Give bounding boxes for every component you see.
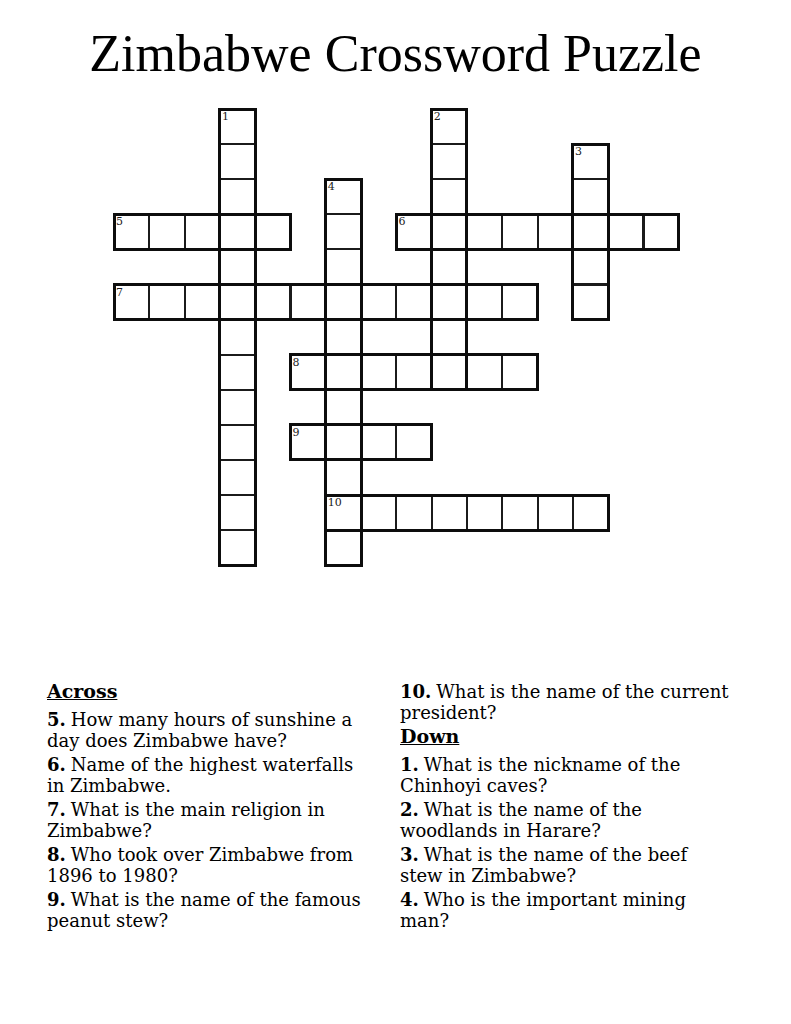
clue-down-2: 2.What is the name of the woodlands in H… (400, 799, 740, 841)
grid-clue-number: 1 (222, 111, 229, 122)
grid-clue-number: 8 (293, 357, 300, 368)
word-outline-1-down (218, 108, 256, 567)
grid-clue-number: 2 (434, 111, 441, 122)
clue-across-9: 9.What is the name of the famous peanut … (47, 889, 377, 931)
clue-text: What is the name of the current presiden… (400, 681, 729, 723)
grid-clue-number: 6 (398, 216, 405, 227)
clue-text: Who is the important mining man? (400, 889, 686, 931)
clue-across-6: 6.Name of the highest waterfalls in Zimb… (47, 754, 377, 796)
crossword-grid: 12345678910 (113, 108, 680, 567)
word-outline-2-down (430, 108, 468, 392)
clue-number: 3. (400, 844, 419, 865)
word-outline-10-across (324, 494, 609, 532)
grid-clue-number: 9 (293, 427, 300, 438)
clue-text: What is the nickname of the Chinhoyi cav… (400, 754, 680, 796)
down-heading: Down (400, 726, 740, 747)
clue-number: 1. (400, 754, 419, 775)
clue-text: What is the name of the famous peanut st… (47, 889, 361, 931)
clue-number: 5. (47, 709, 66, 730)
clue-number: 6. (47, 754, 66, 775)
clue-number: 9. (47, 889, 66, 910)
clue-number: 7. (47, 799, 66, 820)
clue-text: Who took over Zimbabwe from 1896 to 1980… (47, 844, 353, 886)
grid-clue-number: 5 (116, 216, 123, 227)
clue-across-10: 10.What is the name of the current presi… (400, 681, 740, 723)
clue-across-5: 5.How many hours of sunshine a day does … (47, 709, 377, 751)
clue-text: What is the main religion in Zimbabwe? (47, 799, 325, 841)
clue-number: 2. (400, 799, 419, 820)
clue-down-1: 1.What is the nickname of the Chinhoyi c… (400, 754, 740, 796)
grid-clue-number: 7 (116, 287, 123, 298)
clue-number: 10. (400, 681, 431, 702)
clue-down-4: 4.Who is the important mining man? (400, 889, 740, 931)
puzzle-title: Zimbabwe Crossword Puzzle (0, 28, 791, 80)
grid-clue-number: 10 (328, 497, 342, 508)
clues-column-left: Across 5.How many hours of sunshine a da… (47, 681, 377, 934)
grid-clue-number: 3 (575, 146, 582, 157)
clue-number: 8. (47, 844, 66, 865)
clue-number: 4. (400, 889, 419, 910)
clues-column-right: 10.What is the name of the current presi… (400, 681, 740, 934)
clue-text: Name of the highest waterfalls in Zimbab… (47, 754, 353, 796)
word-outline-3-down (571, 143, 609, 322)
clue-text: What is the name of the woodlands in Har… (400, 799, 642, 841)
word-outline-5-across (113, 213, 293, 251)
clue-across-8: 8.Who took over Zimbabwe from 1896 to 19… (47, 844, 377, 886)
clue-text: What is the name of the beef stew in Zim… (400, 844, 687, 886)
clue-down-3: 3.What is the name of the beef stew in Z… (400, 844, 740, 886)
across-heading: Across (47, 681, 377, 702)
clue-text: How many hours of sunshine a day does Zi… (47, 709, 352, 751)
clue-across-7: 7.What is the main religion in Zimbabwe? (47, 799, 377, 841)
grid-clue-number: 4 (328, 181, 335, 192)
